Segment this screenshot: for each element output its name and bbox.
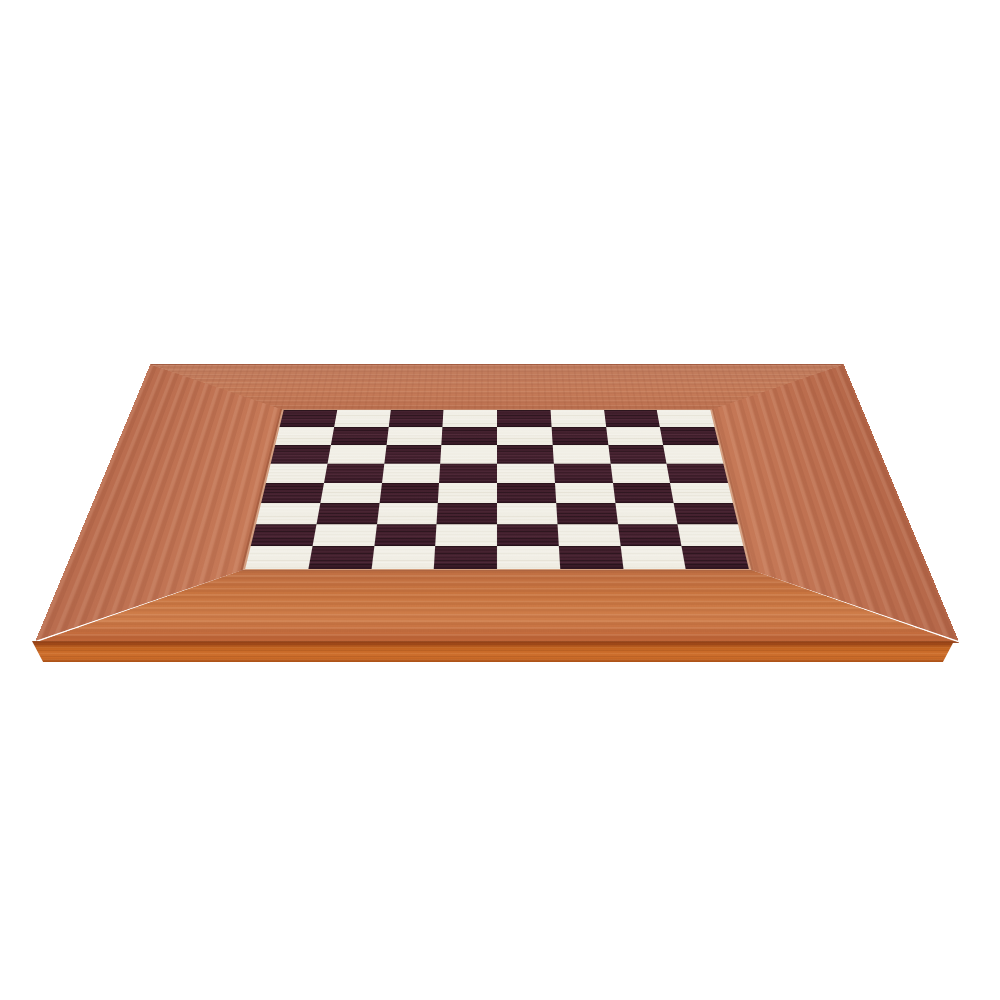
board-square bbox=[674, 503, 738, 524]
board-square bbox=[275, 427, 334, 445]
board-square bbox=[379, 483, 439, 503]
board-square bbox=[384, 445, 442, 464]
board-square bbox=[308, 546, 374, 569]
board-square bbox=[497, 524, 559, 546]
board-square bbox=[660, 427, 719, 445]
board-square bbox=[678, 524, 744, 546]
board-square bbox=[374, 524, 437, 546]
board-square bbox=[386, 427, 443, 445]
board-square bbox=[608, 445, 667, 464]
board-square bbox=[551, 427, 608, 445]
board-square bbox=[613, 483, 674, 503]
board-square bbox=[439, 464, 497, 483]
board-square bbox=[388, 410, 443, 427]
board-square bbox=[497, 546, 560, 569]
board-square bbox=[667, 464, 728, 483]
board-square bbox=[434, 546, 497, 569]
board-square bbox=[382, 464, 441, 483]
board-scene bbox=[101, 87, 893, 879]
board-square bbox=[663, 445, 723, 464]
board-square bbox=[320, 483, 381, 503]
board-square bbox=[615, 503, 678, 524]
board-square bbox=[557, 524, 620, 546]
product-photo bbox=[0, 0, 1000, 1000]
board-grid bbox=[245, 410, 749, 569]
board-square bbox=[555, 483, 615, 503]
board-square bbox=[266, 464, 327, 483]
board-square bbox=[312, 524, 376, 546]
board-square bbox=[442, 427, 497, 445]
board-square bbox=[245, 546, 312, 569]
board-square bbox=[550, 410, 605, 427]
board-square bbox=[610, 464, 670, 483]
board-square bbox=[552, 445, 610, 464]
board-square bbox=[377, 503, 439, 524]
board-square bbox=[670, 483, 733, 503]
board-square bbox=[440, 445, 497, 464]
board-square bbox=[271, 445, 331, 464]
board-square bbox=[334, 410, 390, 427]
board-square bbox=[497, 445, 554, 464]
board-square bbox=[327, 445, 386, 464]
board-square bbox=[497, 427, 552, 445]
board-square bbox=[497, 503, 557, 524]
board-front-edge bbox=[32, 641, 954, 662]
board-square bbox=[497, 410, 551, 427]
board-square bbox=[682, 546, 749, 569]
board-square bbox=[497, 464, 555, 483]
board-square bbox=[438, 483, 497, 503]
board-square bbox=[324, 464, 384, 483]
board-square bbox=[371, 546, 435, 569]
board-square bbox=[280, 410, 337, 427]
board-square bbox=[256, 503, 320, 524]
board-square bbox=[443, 410, 497, 427]
board-square bbox=[554, 464, 613, 483]
chess-board bbox=[35, 364, 958, 640]
board-square bbox=[604, 410, 660, 427]
board-square bbox=[606, 427, 664, 445]
board-square bbox=[261, 483, 324, 503]
board-square bbox=[620, 546, 686, 569]
board-square bbox=[331, 427, 389, 445]
board-square bbox=[316, 503, 379, 524]
board-square bbox=[251, 524, 317, 546]
board-square bbox=[437, 503, 497, 524]
board-square bbox=[657, 410, 714, 427]
board-square bbox=[435, 524, 497, 546]
board-square bbox=[497, 483, 556, 503]
board-square bbox=[617, 524, 681, 546]
board-square bbox=[559, 546, 623, 569]
board-square bbox=[556, 503, 618, 524]
